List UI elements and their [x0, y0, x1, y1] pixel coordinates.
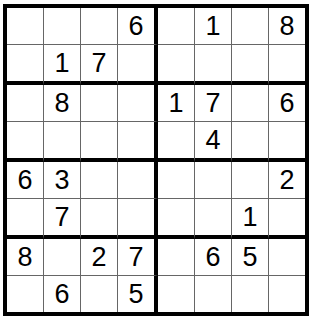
- sudoku-cell-given: 6: [118, 8, 158, 45]
- sudoku-cell-empty[interactable]: [269, 276, 305, 312]
- sudoku-cell-given: 1: [232, 199, 269, 239]
- sudoku-cell-empty[interactable]: [195, 276, 232, 312]
- sudoku-cell-empty[interactable]: [232, 122, 269, 162]
- sudoku-cell-empty[interactable]: [269, 239, 305, 276]
- sudoku-cell-empty[interactable]: [81, 8, 118, 45]
- sudoku-cell-empty[interactable]: [7, 276, 44, 312]
- board-row: 65: [7, 276, 305, 312]
- board-row: 82765: [7, 239, 305, 276]
- sudoku-cell-empty[interactable]: [158, 8, 195, 45]
- sudoku-cell-empty[interactable]: [81, 85, 118, 122]
- sudoku-cell-empty[interactable]: [269, 45, 305, 85]
- sudoku-cell-empty[interactable]: [118, 85, 158, 122]
- sudoku-cell-empty[interactable]: [81, 276, 118, 312]
- sudoku-cell-given: 5: [232, 239, 269, 276]
- sudoku-cell-given: 7: [81, 45, 118, 85]
- sudoku-cell-empty[interactable]: [195, 45, 232, 85]
- sudoku-cell-given: 6: [44, 276, 81, 312]
- sudoku-cell-empty[interactable]: [81, 199, 118, 239]
- sudoku-cell-empty[interactable]: [195, 199, 232, 239]
- sudoku-cell-empty[interactable]: [118, 162, 158, 199]
- sudoku-cell-empty[interactable]: [158, 239, 195, 276]
- sudoku-cell-empty[interactable]: [81, 122, 118, 162]
- sudoku-cell-empty[interactable]: [158, 162, 195, 199]
- sudoku-cell-given: 6: [195, 239, 232, 276]
- sudoku-cell-empty[interactable]: [269, 199, 305, 239]
- sudoku-cell-empty[interactable]: [7, 45, 44, 85]
- sudoku-cell-empty[interactable]: [44, 239, 81, 276]
- sudoku-cell-empty[interactable]: [158, 199, 195, 239]
- sudoku-cell-given: 7: [118, 239, 158, 276]
- sudoku-cell-empty[interactable]: [7, 199, 44, 239]
- sudoku-cell-empty[interactable]: [158, 122, 195, 162]
- sudoku-cell-empty[interactable]: [195, 162, 232, 199]
- sudoku-cell-empty[interactable]: [118, 199, 158, 239]
- sudoku-cell-given: 4: [195, 122, 232, 162]
- sudoku-cell-empty[interactable]: [232, 8, 269, 45]
- sudoku-cell-empty[interactable]: [269, 122, 305, 162]
- sudoku-cell-given: 3: [44, 162, 81, 199]
- sudoku-cell-empty[interactable]: [232, 85, 269, 122]
- sudoku-cell-given: 7: [195, 85, 232, 122]
- sudoku-cell-empty[interactable]: [7, 85, 44, 122]
- sudoku-cell-empty[interactable]: [118, 122, 158, 162]
- board-row: 632: [7, 162, 305, 199]
- sudoku-cell-empty[interactable]: [232, 162, 269, 199]
- board-row: 8176: [7, 85, 305, 122]
- sudoku-cell-empty[interactable]: [118, 45, 158, 85]
- sudoku-cell-given: 2: [81, 239, 118, 276]
- sudoku-board: 6181781764632718276565: [3, 4, 309, 316]
- board-row: 4: [7, 122, 305, 162]
- sudoku-cell-given: 1: [44, 45, 81, 85]
- sudoku-cell-given: 8: [269, 8, 305, 45]
- sudoku-cell-given: 7: [44, 199, 81, 239]
- sudoku-cell-given: 2: [269, 162, 305, 199]
- sudoku-cell-given: 6: [7, 162, 44, 199]
- board-row: 71: [7, 199, 305, 239]
- sudoku-cell-empty[interactable]: [7, 8, 44, 45]
- sudoku-cell-empty[interactable]: [158, 276, 195, 312]
- sudoku-cell-empty[interactable]: [7, 122, 44, 162]
- sudoku-cell-empty[interactable]: [44, 122, 81, 162]
- sudoku-cell-empty[interactable]: [232, 45, 269, 85]
- sudoku-cell-empty[interactable]: [81, 162, 118, 199]
- sudoku-cell-empty[interactable]: [44, 8, 81, 45]
- board-row: 618: [7, 8, 305, 45]
- sudoku-cell-given: 8: [44, 85, 81, 122]
- sudoku-cell-empty[interactable]: [232, 276, 269, 312]
- sudoku-cell-empty[interactable]: [158, 45, 195, 85]
- sudoku-cell-given: 8: [7, 239, 44, 276]
- sudoku-cell-given: 6: [269, 85, 305, 122]
- sudoku-cell-given: 1: [158, 85, 195, 122]
- board-row: 17: [7, 45, 305, 85]
- sudoku-cell-given: 5: [118, 276, 158, 312]
- sudoku-cell-given: 1: [195, 8, 232, 45]
